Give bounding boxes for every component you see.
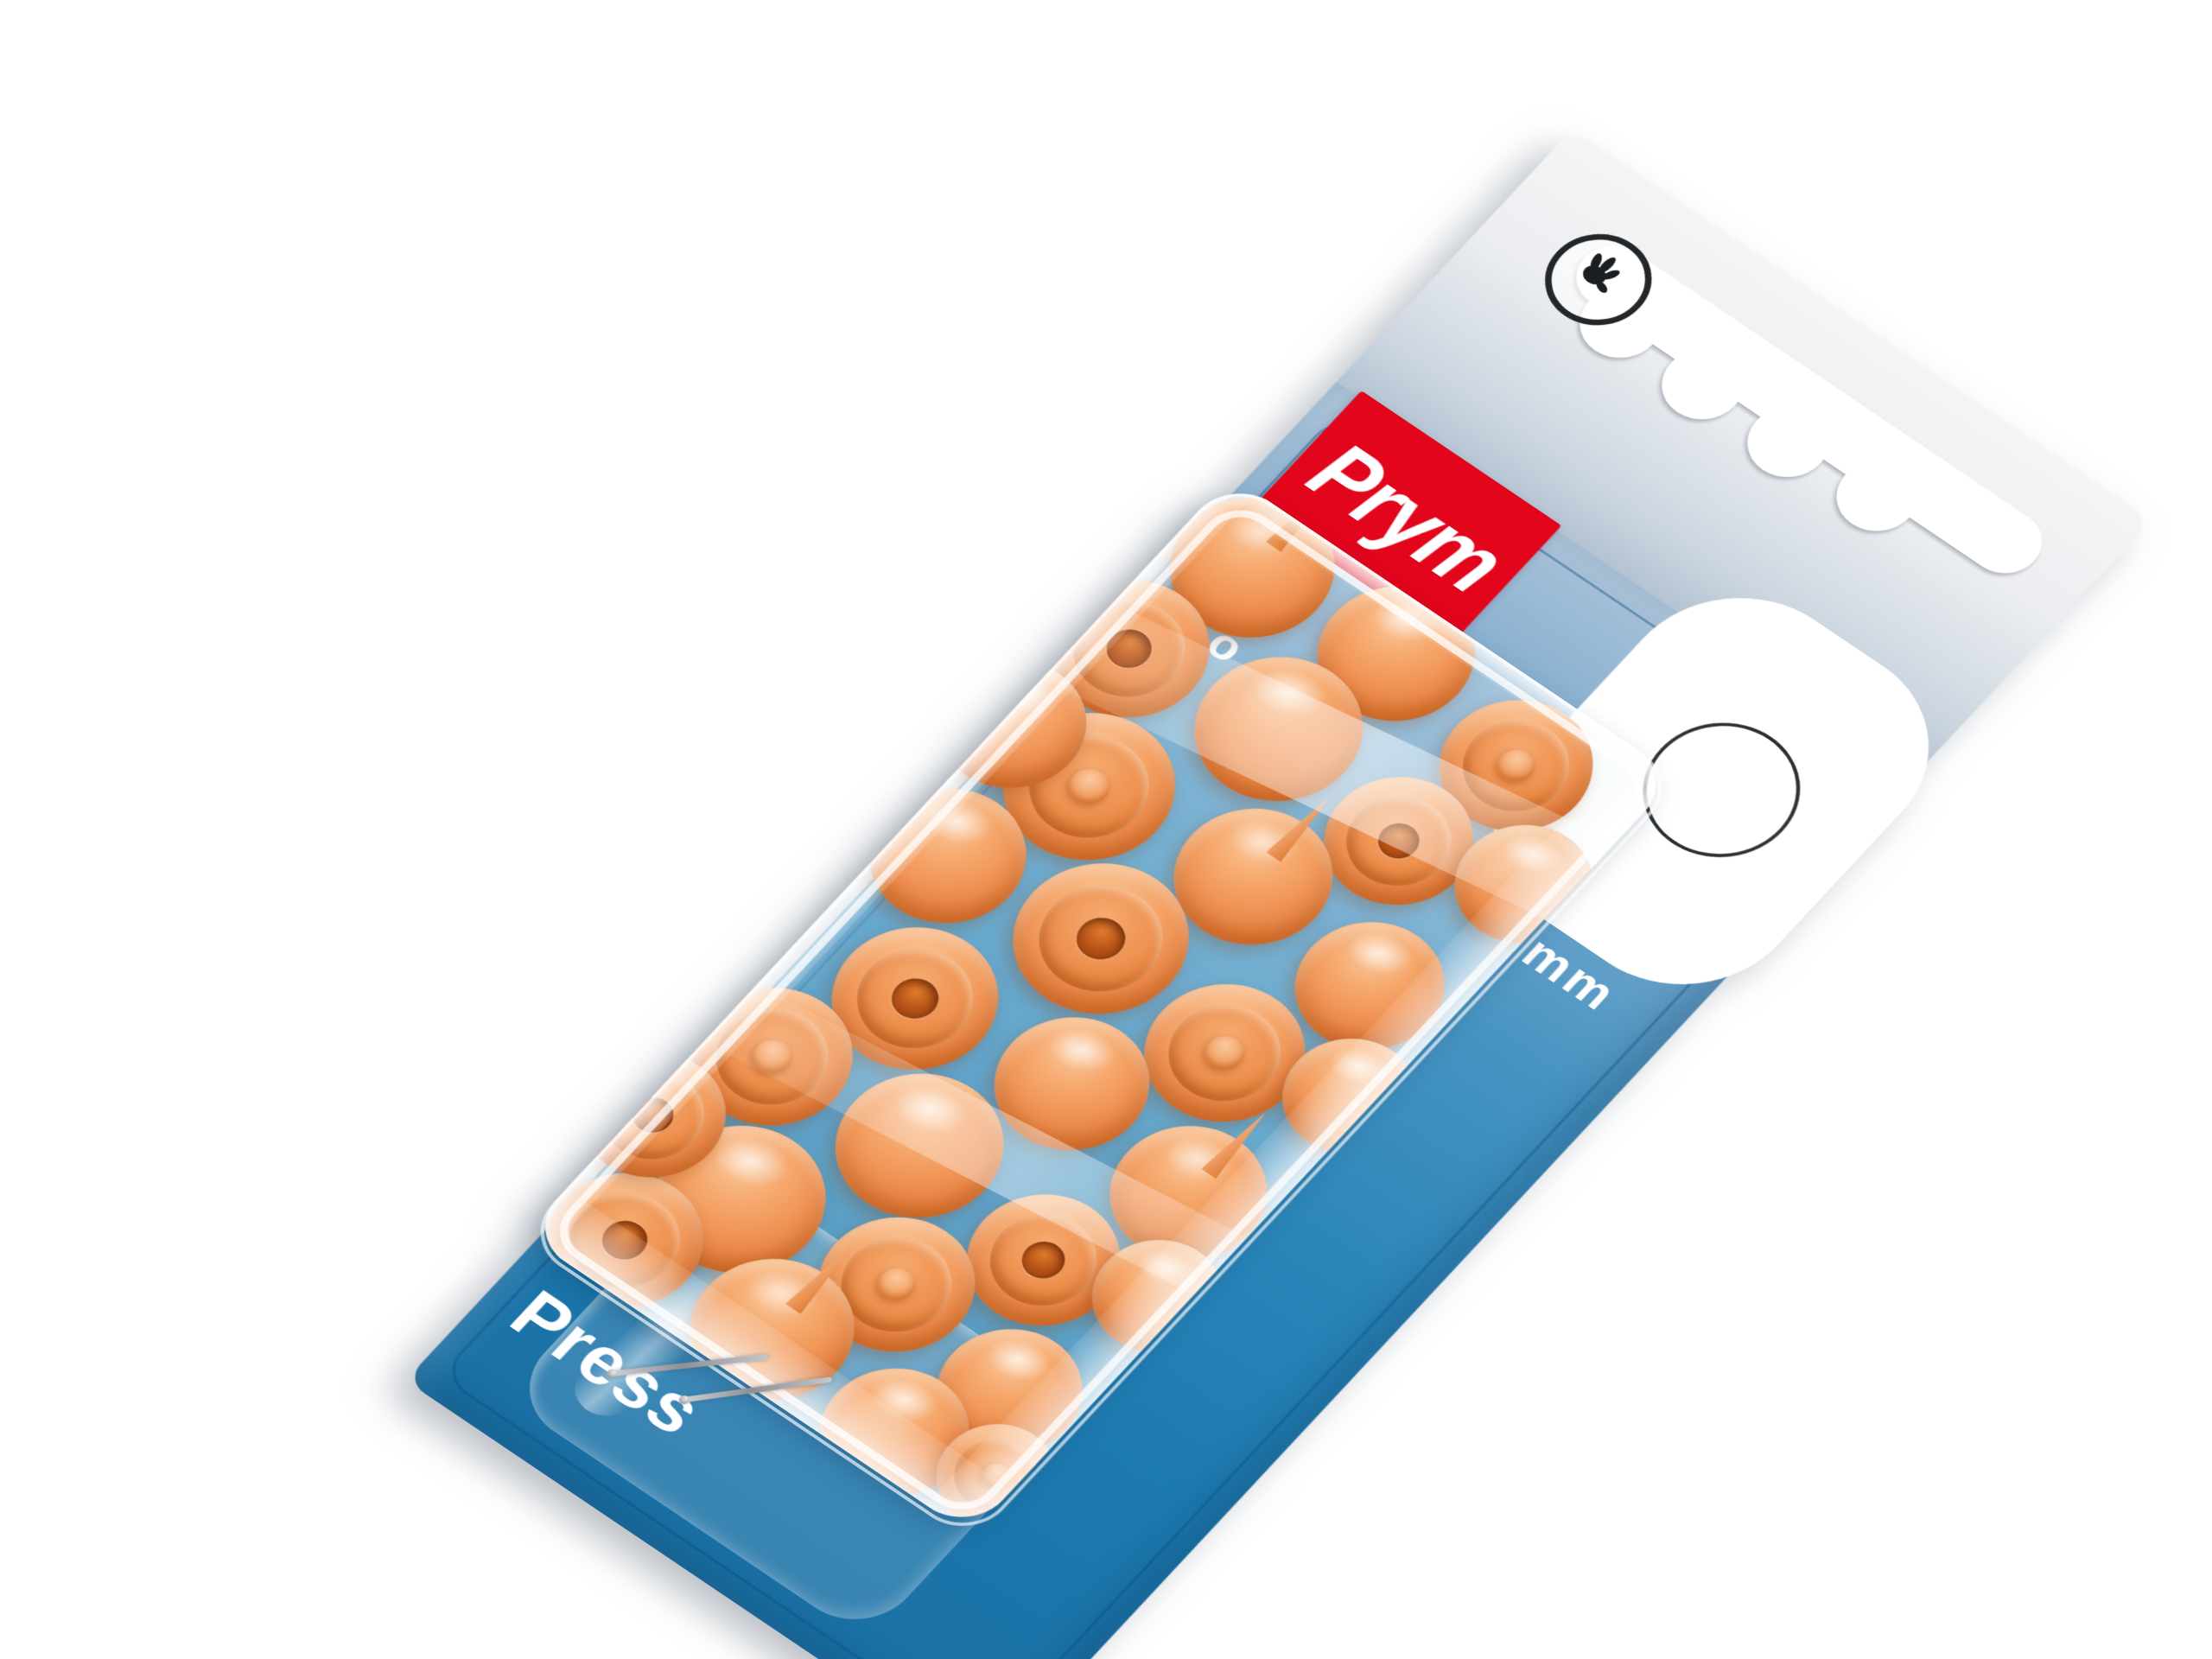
blister-card: Prym 30 'Co D mm Press <box>405 129 2152 1659</box>
blister-package: Prym 30 'Co D mm Press <box>405 129 2152 1659</box>
hand-icon-glyph <box>1551 232 1643 311</box>
